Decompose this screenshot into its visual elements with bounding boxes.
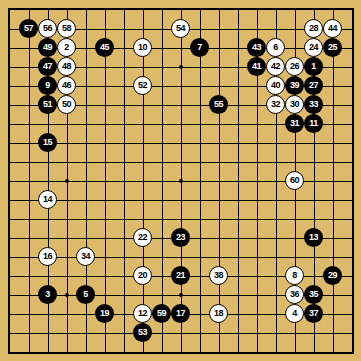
grid-cell xyxy=(10,295,29,314)
grid-cell xyxy=(124,124,143,143)
grid-cell xyxy=(67,124,86,143)
star-point xyxy=(65,179,69,183)
grid-cell xyxy=(10,105,29,124)
grid-cell xyxy=(124,200,143,219)
grid-cell xyxy=(276,238,295,257)
grid-cell xyxy=(257,10,276,29)
grid-cell xyxy=(238,257,257,276)
grid-cell xyxy=(257,276,276,295)
stone-5-black: 5 xyxy=(76,285,95,304)
grid-cell xyxy=(295,200,314,219)
grid-cell xyxy=(124,105,143,124)
grid-cell xyxy=(238,181,257,200)
stone-56-white: 56 xyxy=(38,19,57,38)
stone-51-black: 51 xyxy=(38,95,57,114)
grid-cell xyxy=(105,238,124,257)
star-point xyxy=(179,293,183,297)
stone-50-white: 50 xyxy=(57,95,76,114)
stone-21-black: 21 xyxy=(171,266,190,285)
grid-cell xyxy=(257,200,276,219)
grid-cell xyxy=(86,86,105,105)
grid-cell xyxy=(67,200,86,219)
grid-cell xyxy=(200,200,219,219)
stone-25-black: 25 xyxy=(323,38,342,57)
grid-cell xyxy=(333,181,352,200)
stone-28-white: 28 xyxy=(304,19,323,38)
grid-cell xyxy=(105,276,124,295)
grid-cell xyxy=(333,333,352,352)
grid-cell xyxy=(105,333,124,352)
stone-11-black: 11 xyxy=(304,114,323,133)
grid-cell xyxy=(200,333,219,352)
stone-12-white: 12 xyxy=(133,304,152,323)
grid-cell xyxy=(257,162,276,181)
grid-cell xyxy=(143,181,162,200)
star-point xyxy=(179,179,183,183)
grid-cell xyxy=(162,200,181,219)
grid-cell xyxy=(219,48,238,67)
grid-cell xyxy=(257,143,276,162)
grid-cell xyxy=(143,105,162,124)
grid-cell xyxy=(86,219,105,238)
grid-cell xyxy=(333,295,352,314)
grid-cell xyxy=(257,181,276,200)
stone-37-black: 37 xyxy=(304,304,323,323)
grid-cell xyxy=(314,162,333,181)
stone-43-black: 43 xyxy=(247,38,266,57)
grid-cell xyxy=(105,162,124,181)
grid-cell xyxy=(333,105,352,124)
grid-cell xyxy=(105,105,124,124)
stone-1-black: 1 xyxy=(304,57,323,76)
grid-cell xyxy=(86,67,105,86)
grid-cell xyxy=(295,143,314,162)
stone-41-black: 41 xyxy=(247,57,266,76)
grid-cell xyxy=(200,162,219,181)
grid-cell xyxy=(143,143,162,162)
grid-cell xyxy=(10,257,29,276)
grid-cell xyxy=(314,143,333,162)
grid-cell xyxy=(200,10,219,29)
grid-cell xyxy=(29,333,48,352)
stone-4-white: 4 xyxy=(285,304,304,323)
stone-7-black: 7 xyxy=(190,38,209,57)
grid-cell xyxy=(219,333,238,352)
grid-cell xyxy=(181,67,200,86)
grid-cell xyxy=(181,124,200,143)
grid-cell xyxy=(238,314,257,333)
grid-cell xyxy=(124,181,143,200)
grid-cell xyxy=(238,162,257,181)
stone-13-black: 13 xyxy=(304,228,323,247)
grid-cell xyxy=(238,86,257,105)
grid-cell xyxy=(181,200,200,219)
grid-cell xyxy=(219,219,238,238)
grid-cell xyxy=(162,333,181,352)
grid-cell xyxy=(105,124,124,143)
grid-cell xyxy=(333,162,352,181)
grid-cell xyxy=(162,143,181,162)
grid-cell xyxy=(333,200,352,219)
grid-cell xyxy=(67,314,86,333)
stone-34-white: 34 xyxy=(76,247,95,266)
grid-cell xyxy=(10,219,29,238)
grid-cell xyxy=(48,219,67,238)
grid-cell xyxy=(333,143,352,162)
grid-cell xyxy=(105,10,124,29)
stone-35-black: 35 xyxy=(304,285,323,304)
grid-cell xyxy=(105,86,124,105)
grid-cell xyxy=(162,48,181,67)
grid-cell xyxy=(219,67,238,86)
grid-cell xyxy=(219,181,238,200)
grid-cell xyxy=(162,181,181,200)
grid-cell xyxy=(86,105,105,124)
grid-cell xyxy=(314,181,333,200)
stone-6-white: 6 xyxy=(266,38,285,57)
grid-cell xyxy=(276,219,295,238)
stone-59-black: 59 xyxy=(152,304,171,323)
grid-cell xyxy=(181,143,200,162)
stone-48-white: 48 xyxy=(57,57,76,76)
grid-cell xyxy=(48,162,67,181)
grid-cell xyxy=(333,238,352,257)
grid-cell xyxy=(48,314,67,333)
grid-cell xyxy=(200,219,219,238)
grid-cell xyxy=(257,333,276,352)
grid-cell xyxy=(10,238,29,257)
go-board[interactable]: 1234567891011121314151617181920212223242… xyxy=(0,0,361,361)
grid-cell xyxy=(219,143,238,162)
stone-26-white: 26 xyxy=(285,57,304,76)
grid-cell xyxy=(105,143,124,162)
grid-cell xyxy=(257,295,276,314)
grid-cell xyxy=(67,333,86,352)
grid-cell xyxy=(314,200,333,219)
grid-cell xyxy=(10,200,29,219)
grid-cell xyxy=(181,162,200,181)
stone-52-white: 52 xyxy=(133,76,152,95)
grid-cell xyxy=(86,124,105,143)
grid-cell xyxy=(67,143,86,162)
grid-cell xyxy=(143,200,162,219)
grid-cell xyxy=(162,67,181,86)
grid-cell xyxy=(86,143,105,162)
grid-cell xyxy=(314,333,333,352)
grid-cell xyxy=(219,238,238,257)
grid-cell xyxy=(86,200,105,219)
grid-cell xyxy=(10,276,29,295)
grid-cell xyxy=(162,105,181,124)
grid-cell xyxy=(105,200,124,219)
grid-cell xyxy=(124,162,143,181)
grid-cell xyxy=(238,333,257,352)
grid-cell xyxy=(10,67,29,86)
stone-27-black: 27 xyxy=(304,76,323,95)
grid-cell xyxy=(257,314,276,333)
grid-cell xyxy=(143,162,162,181)
grid-cell xyxy=(86,181,105,200)
grid-cell xyxy=(219,10,238,29)
grid-cell xyxy=(105,67,124,86)
stone-23-black: 23 xyxy=(171,228,190,247)
stone-38-white: 38 xyxy=(209,266,228,285)
grid-cell xyxy=(333,124,352,143)
star-point xyxy=(179,65,183,69)
grid-cell xyxy=(333,314,352,333)
stone-2-white: 2 xyxy=(57,38,76,57)
stone-3-black: 3 xyxy=(38,285,57,304)
grid-cell xyxy=(200,124,219,143)
grid-cell xyxy=(143,124,162,143)
grid-cell xyxy=(162,124,181,143)
grid-cell xyxy=(238,10,257,29)
grid-cell xyxy=(162,86,181,105)
stone-15-black: 15 xyxy=(38,133,57,152)
stone-29-black: 29 xyxy=(323,266,342,285)
stone-19-black: 19 xyxy=(95,304,114,323)
stone-39-black: 39 xyxy=(285,76,304,95)
grid-cell xyxy=(200,238,219,257)
grid-cell xyxy=(200,67,219,86)
grid-cell xyxy=(257,238,276,257)
grid-cell xyxy=(86,162,105,181)
grid-cell xyxy=(86,10,105,29)
grid-cell xyxy=(10,143,29,162)
grid-cell xyxy=(105,257,124,276)
stone-20-white: 20 xyxy=(133,266,152,285)
grid-cell xyxy=(29,219,48,238)
grid-cell xyxy=(257,219,276,238)
stone-10-white: 10 xyxy=(133,38,152,57)
grid-cell xyxy=(295,333,314,352)
grid-cell xyxy=(124,143,143,162)
grid-cell xyxy=(238,124,257,143)
stone-44-white: 44 xyxy=(323,19,342,38)
stone-33-black: 33 xyxy=(304,95,323,114)
grid-cell xyxy=(67,219,86,238)
grid-cell xyxy=(238,295,257,314)
grid-cell xyxy=(10,314,29,333)
grid-cell xyxy=(10,181,29,200)
grid-cell xyxy=(333,86,352,105)
stone-14-white: 14 xyxy=(38,190,57,209)
stone-57-black: 57 xyxy=(19,19,38,38)
grid-cell xyxy=(29,314,48,333)
stone-16-white: 16 xyxy=(38,247,57,266)
grid-cell xyxy=(10,48,29,67)
stone-58-white: 58 xyxy=(57,19,76,38)
grid-cell xyxy=(238,143,257,162)
stone-9-black: 9 xyxy=(38,76,57,95)
stone-42-white: 42 xyxy=(266,57,285,76)
stone-54-white: 54 xyxy=(171,19,190,38)
grid-cell xyxy=(162,162,181,181)
stone-30-white: 30 xyxy=(285,95,304,114)
star-point xyxy=(65,293,69,297)
stone-60-white: 60 xyxy=(285,171,304,190)
stone-46-white: 46 xyxy=(57,76,76,95)
stone-18-white: 18 xyxy=(209,304,228,323)
grid-cell xyxy=(219,200,238,219)
grid-cell xyxy=(276,143,295,162)
stone-55-black: 55 xyxy=(209,95,228,114)
grid-cell xyxy=(10,124,29,143)
stone-40-white: 40 xyxy=(266,76,285,95)
grid-cell xyxy=(67,162,86,181)
grid-cell xyxy=(276,333,295,352)
grid-cell xyxy=(238,276,257,295)
grid-cell xyxy=(181,181,200,200)
grid-cell xyxy=(124,10,143,29)
grid-cell xyxy=(238,219,257,238)
grid-cell xyxy=(143,10,162,29)
stone-45-black: 45 xyxy=(95,38,114,57)
stone-24-white: 24 xyxy=(304,38,323,57)
stone-32-white: 32 xyxy=(266,95,285,114)
grid-cell xyxy=(257,257,276,276)
grid-cell xyxy=(238,238,257,257)
grid-cell xyxy=(181,86,200,105)
grid-cell xyxy=(219,29,238,48)
grid-cell xyxy=(219,162,238,181)
stone-53-black: 53 xyxy=(133,323,152,342)
grid-cell xyxy=(200,143,219,162)
grid-cell xyxy=(219,124,238,143)
grid-cell xyxy=(29,162,48,181)
grid-cell xyxy=(10,162,29,181)
grid-cell xyxy=(67,181,86,200)
grid-cell xyxy=(10,333,29,352)
grid-cell xyxy=(105,181,124,200)
grid-cell xyxy=(181,333,200,352)
stone-17-black: 17 xyxy=(171,304,190,323)
grid-cell xyxy=(86,333,105,352)
grid-cell xyxy=(10,86,29,105)
stone-22-white: 22 xyxy=(133,228,152,247)
grid-cell xyxy=(105,219,124,238)
grid-cell xyxy=(257,124,276,143)
grid-cell xyxy=(333,219,352,238)
stone-49-black: 49 xyxy=(38,38,57,57)
grid-cell xyxy=(238,200,257,219)
grid-cell xyxy=(200,181,219,200)
stone-31-black: 31 xyxy=(285,114,304,133)
grid-cell xyxy=(276,200,295,219)
grid-cell xyxy=(333,67,352,86)
grid-cell xyxy=(181,105,200,124)
grid-cell xyxy=(48,333,67,352)
stone-36-white: 36 xyxy=(285,285,304,304)
grid-cell xyxy=(276,10,295,29)
stone-8-white: 8 xyxy=(285,266,304,285)
stone-47-black: 47 xyxy=(38,57,57,76)
grid-cell xyxy=(238,105,257,124)
